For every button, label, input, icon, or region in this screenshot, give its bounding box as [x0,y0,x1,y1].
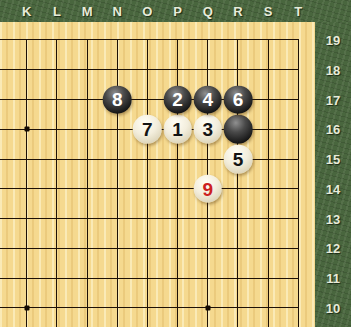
move-number: 5 [233,150,244,169]
board-intersection[interactable] [223,55,253,85]
move-number: 4 [202,90,213,109]
board-intersection[interactable] [253,293,283,323]
board-intersection[interactable] [132,85,162,115]
board-intersection[interactable] [42,233,72,263]
board-intersection[interactable] [132,323,162,327]
board-intersection[interactable] [72,233,102,263]
column-label: O [142,4,152,19]
board-intersection[interactable] [162,233,192,263]
board-intersection[interactable] [223,25,253,55]
go-board[interactable]: 123456789 [0,22,315,327]
board-intersection[interactable] [193,204,223,234]
board-intersection[interactable] [132,233,162,263]
move-number: 8 [112,90,123,109]
board-intersection[interactable] [162,55,192,85]
board-intersection[interactable] [12,174,42,204]
board-intersection[interactable] [162,174,192,204]
board-intersection[interactable] [253,174,283,204]
board-intersection[interactable] [0,323,12,327]
board-intersection[interactable] [12,263,42,293]
white-stone[interactable]: 3 [193,115,222,144]
board-intersection[interactable] [283,144,313,174]
board-intersection[interactable] [0,293,12,323]
board-intersection[interactable] [12,204,42,234]
row-label: 13 [326,211,340,226]
board-intersection[interactable] [162,144,192,174]
board-intersection[interactable] [253,85,283,115]
board-intersection[interactable] [223,204,253,234]
move-number: 3 [202,120,213,139]
board-grid [0,25,313,327]
board-intersection[interactable] [283,55,313,85]
row-label: 14 [326,181,340,196]
board-intersection[interactable] [0,233,12,263]
board-intersection[interactable] [42,174,72,204]
board-intersection[interactable] [12,25,42,55]
row-label: 15 [326,152,340,167]
move-number: 9 [202,179,213,198]
board-intersection[interactable] [283,263,313,293]
column-label: N [113,4,122,19]
board-intersection[interactable] [253,144,283,174]
board-intersection[interactable] [132,174,162,204]
white-stone[interactable]: 5 [224,145,253,174]
board-intersection[interactable] [223,233,253,263]
board-intersection[interactable] [223,263,253,293]
row-label: 17 [326,92,340,107]
board-intersection[interactable] [12,85,42,115]
board-intersection[interactable] [223,293,253,323]
board-intersection[interactable] [193,323,223,327]
board-intersection[interactable] [42,263,72,293]
black-stone[interactable]: 4 [193,85,222,114]
column-label: L [53,4,61,19]
board-intersection[interactable] [283,233,313,263]
black-stone[interactable]: 2 [163,85,192,114]
board-intersection[interactable] [42,85,72,115]
board-intersection[interactable] [132,293,162,323]
board-intersection[interactable] [253,204,283,234]
board-intersection[interactable] [72,293,102,323]
board-intersection[interactable] [42,144,72,174]
board-intersection[interactable] [12,323,42,327]
board-intersection[interactable] [253,114,283,144]
column-label: S [264,4,273,19]
board-intersection[interactable] [132,204,162,234]
board-intersection[interactable] [193,55,223,85]
board-intersection[interactable] [0,144,12,174]
row-label: 16 [326,122,340,137]
board-intersection[interactable] [223,174,253,204]
column-label: M [82,4,93,19]
white-stone[interactable]: 9 [193,175,222,204]
white-stone[interactable]: 1 [163,115,192,144]
white-stone[interactable]: 7 [133,115,162,144]
black-stone[interactable]: 6 [224,85,253,114]
board-intersection[interactable] [102,55,132,85]
star-point [24,306,29,311]
column-label: P [173,4,182,19]
move-number: 1 [172,120,183,139]
column-label: Q [203,4,213,19]
board-intersection[interactable] [42,25,72,55]
row-coordinate-bar: 19181716151413121110 [315,22,351,327]
board-intersection[interactable] [12,144,42,174]
board-intersection[interactable] [42,293,72,323]
row-label: 18 [326,62,340,77]
move-number: 6 [233,90,244,109]
board-intersection[interactable] [162,263,192,293]
board-intersection[interactable] [253,25,283,55]
board-intersection[interactable] [72,174,102,204]
board-intersection[interactable] [283,293,313,323]
board-intersection[interactable] [283,323,313,327]
board-intersection[interactable] [283,25,313,55]
board-intersection[interactable] [283,85,313,115]
move-number: 7 [142,120,153,139]
board-intersection[interactable] [162,25,192,55]
board-intersection[interactable] [72,204,102,234]
board-intersection[interactable] [72,114,102,144]
board-intersection[interactable] [0,25,12,55]
board-intersection[interactable] [193,25,223,55]
board-intersection[interactable] [42,114,72,144]
black-stone[interactable]: 8 [103,85,132,114]
board-intersection[interactable] [0,55,12,85]
board-intersection[interactable] [283,204,313,234]
column-label: K [22,4,31,19]
board-intersection[interactable] [0,263,12,293]
star-point [24,127,29,132]
column-label: T [294,4,302,19]
board-intersection[interactable] [72,85,102,115]
board-intersection[interactable] [102,25,132,55]
column-coordinate-bar: KLMNOPQRST [0,0,351,22]
move-number: 2 [172,90,183,109]
board-intersection[interactable] [12,55,42,85]
board-intersection[interactable] [102,323,132,327]
board-intersection[interactable] [42,323,72,327]
board-intersection[interactable] [193,144,223,174]
board-intersection[interactable] [0,204,12,234]
board-intersection[interactable] [102,174,132,204]
board-intersection[interactable] [72,263,102,293]
board-intersection[interactable] [102,114,132,144]
board-intersection[interactable] [253,263,283,293]
board-intersection[interactable] [193,263,223,293]
board-intersection[interactable] [72,25,102,55]
go-app-window: KLMNOPQRST 19181716151413121110 12345678… [0,0,351,327]
black-stone[interactable] [224,115,253,144]
board-intersection[interactable] [253,233,283,263]
row-label: 12 [326,241,340,256]
star-point [205,306,210,311]
board-intersection[interactable] [283,174,313,204]
board-intersection[interactable] [193,233,223,263]
board-intersection[interactable] [102,263,132,293]
board-intersection[interactable] [42,55,72,85]
row-label: 19 [326,33,340,48]
board-intersection[interactable] [162,204,192,234]
board-intersection[interactable] [72,144,102,174]
column-label: R [233,4,242,19]
board-intersection[interactable] [0,114,12,144]
board-intersection[interactable] [253,55,283,85]
board-intersection[interactable] [42,204,72,234]
board-intersection[interactable] [102,293,132,323]
row-label: 11 [326,271,340,286]
board-intersection[interactable] [102,144,132,174]
board-intersection[interactable] [102,204,132,234]
board-intersection[interactable] [162,323,192,327]
board-intersection[interactable] [253,323,283,327]
board-intersection[interactable] [162,293,192,323]
board-intersection[interactable] [283,114,313,144]
board-intersection[interactable] [102,233,132,263]
board-intersection[interactable] [132,25,162,55]
board-intersection[interactable] [0,174,12,204]
board-intersection[interactable] [72,323,102,327]
board-intersection[interactable] [72,55,102,85]
board-intersection[interactable] [132,144,162,174]
board-intersection[interactable] [132,263,162,293]
board-intersection[interactable] [132,55,162,85]
board-intersection[interactable] [223,323,253,327]
board-intersection[interactable] [0,85,12,115]
board-intersection[interactable] [12,233,42,263]
row-label: 10 [326,301,340,316]
